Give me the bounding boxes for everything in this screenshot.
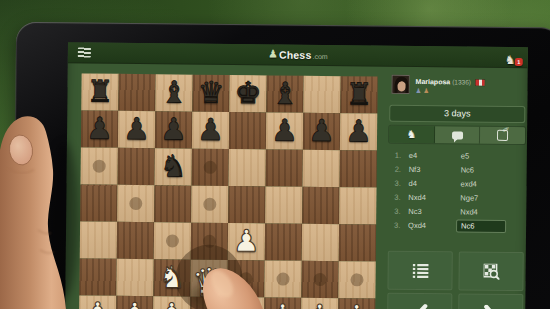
white-pawn-f2[interactable]: ♟ xyxy=(264,297,301,309)
black-rook-a8[interactable]: ♜ xyxy=(81,73,118,110)
square-b4[interactable] xyxy=(117,222,154,259)
move-row: 2.Nf3Nc6 xyxy=(395,162,525,177)
back-chevron-icon xyxy=(411,304,429,309)
move-number: 3. xyxy=(394,192,408,201)
square-e6[interactable] xyxy=(229,149,266,186)
white-pawn-h2[interactable]: ♟ xyxy=(338,298,375,309)
square-g8[interactable] xyxy=(303,76,340,113)
square-g6[interactable] xyxy=(302,150,339,187)
peru-flag-icon xyxy=(476,80,485,86)
square-f5[interactable] xyxy=(265,186,302,223)
logo-tld: .com xyxy=(312,50,327,60)
move-row: 3.d4exd4 xyxy=(394,176,524,191)
move-number: 3. xyxy=(394,178,408,187)
knight-icon: ♞ xyxy=(406,127,416,142)
black-move-current[interactable]: Nc6 xyxy=(456,219,506,233)
black-queen-d8[interactable]: ♛ xyxy=(192,75,229,112)
dragged-white-queen-d3[interactable]: ♛ xyxy=(187,261,231,305)
black-bishop-f8[interactable]: ♝ xyxy=(266,75,303,112)
forward-chevron-icon xyxy=(482,305,500,309)
black-move[interactable]: Nc6 xyxy=(457,164,505,176)
next-move-button[interactable] xyxy=(458,293,524,309)
square-h4[interactable] xyxy=(339,224,376,261)
white-move[interactable]: Nxd4 xyxy=(408,192,456,202)
logo-text: Chess xyxy=(279,49,312,61)
move-row: 3.Nc3Nxd4 xyxy=(394,204,524,219)
photo-scene: ♟ Chess .com ♞ 1 ♜♝♛♚♝♜♟♟♟♟♟♟♟♞♟♞♛♟♟♟♟♟♟… xyxy=(0,0,550,309)
time-remaining-button[interactable]: 3 days xyxy=(389,105,525,123)
white-move[interactable]: d4 xyxy=(408,178,456,188)
square-a5[interactable] xyxy=(80,184,117,221)
time-remaining-label: 3 days xyxy=(444,108,471,118)
chess-board[interactable]: ♜♝♛♚♝♜♟♟♟♟♟♟♟♞♟♞♛♟♟♟♟♟♟♜♝♚♝♜ xyxy=(79,73,378,309)
black-knight-c6[interactable]: ♞ xyxy=(155,148,192,185)
black-rook-h8[interactable]: ♜ xyxy=(340,76,377,113)
black-pawn-b7[interactable]: ♟ xyxy=(118,111,155,148)
square-h5[interactable] xyxy=(339,187,376,224)
chesscom-logo: ♟ Chess .com xyxy=(68,42,528,67)
square-b3[interactable] xyxy=(116,259,153,296)
tab-moves[interactable]: ♞ xyxy=(389,126,435,143)
board-explorer-icon xyxy=(483,263,499,279)
black-pawn-c7[interactable]: ♟ xyxy=(155,111,192,148)
white-pawn-a2[interactable]: ♟ xyxy=(79,295,116,309)
white-knight-c3[interactable]: ♞ xyxy=(153,259,190,296)
black-pawn-g7[interactable]: ♟ xyxy=(303,113,340,150)
square-e5[interactable] xyxy=(228,186,265,223)
legal-move-dot-a6 xyxy=(93,160,106,173)
tab-chat[interactable] xyxy=(435,126,481,143)
panel-tab-bar: ♞ xyxy=(389,126,525,144)
legal-move-dot-d6 xyxy=(204,161,217,174)
legal-move-dot-d5 xyxy=(203,198,216,211)
chat-bubble-icon xyxy=(452,131,463,139)
black-king-e8[interactable]: ♚ xyxy=(229,75,266,112)
move-number: 1. xyxy=(395,150,409,159)
player-status-icons: ♟♟ xyxy=(415,88,431,95)
legal-move-dot-f3 xyxy=(276,273,289,286)
move-number: 2. xyxy=(395,164,409,173)
white-move[interactable]: Nc3 xyxy=(408,206,456,216)
pawn-icon: ♟ xyxy=(423,87,431,95)
square-c5[interactable] xyxy=(154,185,191,222)
white-move[interactable]: Nf3 xyxy=(409,164,457,174)
white-move[interactable]: Qxd4 xyxy=(408,220,456,230)
move-row: 3.Nxd4Nge7 xyxy=(394,190,524,205)
tablet-device: ♟ Chess .com ♞ 1 ♜♝♛♚♝♜♟♟♟♟♟♟♟♞♟♞♛♟♟♟♟♟♟… xyxy=(13,22,550,309)
move-number: 3. xyxy=(394,220,408,229)
black-move[interactable]: exd4 xyxy=(456,178,504,190)
square-a4[interactable] xyxy=(80,221,117,258)
figure-icon: ♟ xyxy=(415,87,423,95)
game-explorer-button[interactable] xyxy=(458,251,523,291)
black-move[interactable]: Nxd4 xyxy=(456,206,504,218)
alerts-button[interactable]: ♞ 1 xyxy=(505,50,519,64)
square-h6[interactable] xyxy=(339,150,376,187)
square-g5[interactable] xyxy=(302,187,339,224)
top-bar: ♟ Chess .com ♞ 1 xyxy=(68,42,528,68)
white-pawn-b2[interactable]: ♟ xyxy=(116,296,153,309)
tab-compose[interactable] xyxy=(480,127,525,144)
notification-badge: 1 xyxy=(515,58,523,66)
compose-icon xyxy=(497,130,508,141)
square-b8[interactable] xyxy=(118,74,155,111)
move-row: 3.Qxd4Nc6 xyxy=(394,218,524,233)
legal-move-dot-c4 xyxy=(166,234,179,247)
white-pawn-e4[interactable]: ♟ xyxy=(228,223,265,260)
square-f6[interactable] xyxy=(266,149,303,186)
player-avatar[interactable] xyxy=(391,75,409,94)
black-bishop-c8[interactable]: ♝ xyxy=(155,74,192,111)
black-move[interactable]: e5 xyxy=(457,150,505,162)
black-pawn-f7[interactable]: ♟ xyxy=(266,112,303,149)
white-move[interactable]: e4 xyxy=(409,150,457,160)
legal-move-dot-h3 xyxy=(350,273,363,286)
black-move[interactable]: Nge7 xyxy=(456,192,504,204)
white-pawn-c2[interactable]: ♟ xyxy=(153,296,190,309)
black-pawn-h7[interactable]: ♟ xyxy=(340,113,377,150)
move-row: 1.e4e5 xyxy=(395,148,525,163)
app-screen: ♟ Chess .com ♞ 1 ♜♝♛♚♝♜♟♟♟♟♟♟♟♞♟♞♛♟♟♟♟♟♟… xyxy=(65,42,528,309)
move-list: 1.e4e52.Nf3Nc63.d4exd43.Nxd4Nge73.Nc3Nxd… xyxy=(394,148,525,233)
black-pawn-a7[interactable]: ♟ xyxy=(81,110,118,147)
move-list-button[interactable] xyxy=(387,251,452,291)
black-pawn-d7[interactable]: ♟ xyxy=(192,112,229,149)
move-list-icon xyxy=(412,263,428,277)
square-a3[interactable] xyxy=(79,258,116,295)
square-g4[interactable] xyxy=(302,224,339,261)
previous-move-button[interactable] xyxy=(387,293,453,309)
player-rating: (1336) xyxy=(452,78,471,85)
legal-move-dot-g3 xyxy=(313,273,326,286)
pawn-logo-icon: ♟ xyxy=(268,49,278,59)
square-e7[interactable] xyxy=(229,112,266,149)
square-f4[interactable] xyxy=(265,223,302,260)
move-number: 3. xyxy=(394,206,408,215)
white-pawn-g2[interactable]: ♟ xyxy=(301,298,338,309)
player-name: Mariaposa (1336) xyxy=(416,78,485,86)
square-b6[interactable] xyxy=(118,148,155,185)
legal-move-dot-b5 xyxy=(129,197,142,210)
